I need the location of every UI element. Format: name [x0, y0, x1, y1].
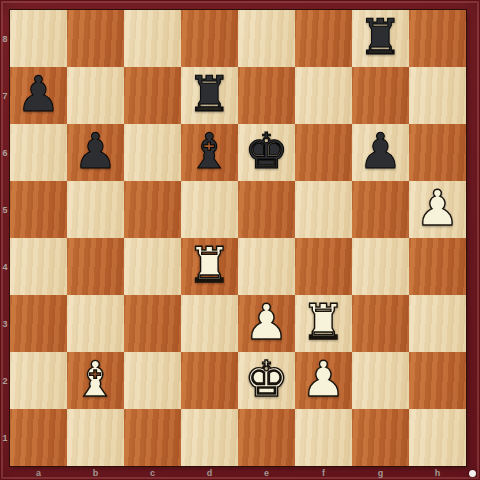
square-e5[interactable] [238, 181, 295, 238]
square-c4[interactable] [124, 238, 181, 295]
square-a7[interactable]: ♟ [10, 67, 67, 124]
square-h8[interactable] [409, 10, 466, 67]
square-b5[interactable] [67, 181, 124, 238]
square-e2[interactable]: ♚ [238, 352, 295, 409]
square-b6[interactable]: ♟ [67, 124, 124, 181]
file-label-a: a [10, 466, 67, 480]
square-g1[interactable] [352, 409, 409, 466]
square-b2[interactable]: ♝ [67, 352, 124, 409]
square-a4[interactable] [10, 238, 67, 295]
file-label-c: c [124, 466, 181, 480]
square-f7[interactable] [295, 67, 352, 124]
rank-label-2: 2 [0, 352, 10, 409]
square-h2[interactable] [409, 352, 466, 409]
square-g6[interactable]: ♟ [352, 124, 409, 181]
black-pawn[interactable]: ♟ [67, 124, 124, 181]
square-a2[interactable] [10, 352, 67, 409]
square-h1[interactable] [409, 409, 466, 466]
square-e1[interactable] [238, 409, 295, 466]
white-to-move-indicator [469, 470, 476, 477]
white-pawn[interactable]: ♟ [238, 295, 295, 352]
square-d5[interactable] [181, 181, 238, 238]
white-bishop[interactable]: ♝ [67, 352, 124, 409]
white-pawn[interactable]: ♟ [409, 181, 466, 238]
square-d3[interactable] [181, 295, 238, 352]
square-d4[interactable]: ♜ [181, 238, 238, 295]
rank-label-4: 4 [0, 238, 10, 295]
square-a3[interactable] [10, 295, 67, 352]
chess-diagram: ♜♟♜♟♝♚♟♟♜♟♜♝♚♟ 87654321 abcdefgh [0, 0, 480, 480]
white-pawn[interactable]: ♟ [295, 352, 352, 409]
square-h3[interactable] [409, 295, 466, 352]
square-g8[interactable]: ♜ [352, 10, 409, 67]
square-b7[interactable] [67, 67, 124, 124]
square-b1[interactable] [67, 409, 124, 466]
square-f5[interactable] [295, 181, 352, 238]
square-c5[interactable] [124, 181, 181, 238]
square-e7[interactable] [238, 67, 295, 124]
rank-label-8: 8 [0, 10, 10, 67]
square-b3[interactable] [67, 295, 124, 352]
square-g7[interactable] [352, 67, 409, 124]
square-e8[interactable] [238, 10, 295, 67]
square-d8[interactable] [181, 10, 238, 67]
rank-label-7: 7 [0, 67, 10, 124]
square-h4[interactable] [409, 238, 466, 295]
file-label-d: d [181, 466, 238, 480]
square-b8[interactable] [67, 10, 124, 67]
board: ♜♟♜♟♝♚♟♟♜♟♜♝♚♟ [10, 10, 466, 466]
square-h7[interactable] [409, 67, 466, 124]
black-pawn[interactable]: ♟ [10, 67, 67, 124]
square-f1[interactable] [295, 409, 352, 466]
square-f6[interactable] [295, 124, 352, 181]
square-a5[interactable] [10, 181, 67, 238]
square-d1[interactable] [181, 409, 238, 466]
black-bishop[interactable]: ♝ [181, 124, 238, 181]
rank-label-1: 1 [0, 409, 10, 466]
square-c6[interactable] [124, 124, 181, 181]
file-label-h: h [409, 466, 466, 480]
square-d2[interactable] [181, 352, 238, 409]
square-a6[interactable] [10, 124, 67, 181]
file-label-g: g [352, 466, 409, 480]
square-c2[interactable] [124, 352, 181, 409]
square-e4[interactable] [238, 238, 295, 295]
square-c8[interactable] [124, 10, 181, 67]
square-h5[interactable]: ♟ [409, 181, 466, 238]
white-rook[interactable]: ♜ [295, 295, 352, 352]
rank-label-6: 6 [0, 124, 10, 181]
square-c7[interactable] [124, 67, 181, 124]
square-b4[interactable] [67, 238, 124, 295]
square-e6[interactable]: ♚ [238, 124, 295, 181]
rank-label-5: 5 [0, 181, 10, 238]
square-g3[interactable] [352, 295, 409, 352]
square-g4[interactable] [352, 238, 409, 295]
square-f3[interactable]: ♜ [295, 295, 352, 352]
square-e3[interactable]: ♟ [238, 295, 295, 352]
square-g5[interactable] [352, 181, 409, 238]
square-g2[interactable] [352, 352, 409, 409]
square-f2[interactable]: ♟ [295, 352, 352, 409]
square-c3[interactable] [124, 295, 181, 352]
square-a1[interactable] [10, 409, 67, 466]
file-label-e: e [238, 466, 295, 480]
black-rook[interactable]: ♜ [181, 67, 238, 124]
rank-label-3: 3 [0, 295, 10, 352]
black-pawn[interactable]: ♟ [352, 124, 409, 181]
square-d7[interactable]: ♜ [181, 67, 238, 124]
square-c1[interactable] [124, 409, 181, 466]
file-label-b: b [67, 466, 124, 480]
black-king[interactable]: ♚ [238, 124, 295, 181]
square-h6[interactable] [409, 124, 466, 181]
white-rook[interactable]: ♜ [181, 238, 238, 295]
square-d6[interactable]: ♝ [181, 124, 238, 181]
black-rook[interactable]: ♜ [352, 10, 409, 67]
square-f8[interactable] [295, 10, 352, 67]
file-label-f: f [295, 466, 352, 480]
square-f4[interactable] [295, 238, 352, 295]
white-king[interactable]: ♚ [238, 352, 295, 409]
square-a8[interactable] [10, 10, 67, 67]
